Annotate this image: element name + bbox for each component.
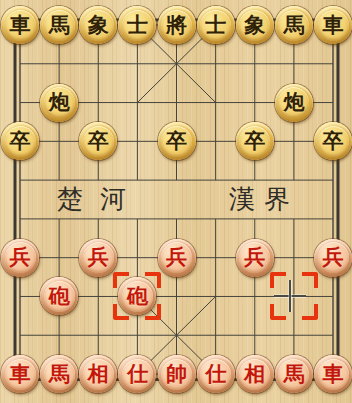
piece-red-horse[interactable]: 馬 <box>275 355 313 393</box>
piece-glyph: 馬 <box>49 15 70 36</box>
piece-glyph: 炮 <box>283 92 304 113</box>
piece-red-elephant[interactable]: 相 <box>79 355 117 393</box>
piece-red-soldier[interactable]: 兵 <box>79 239 117 277</box>
piece-glyph: 卒 <box>166 131 187 152</box>
piece-glyph: 兵 <box>166 247 187 268</box>
piece-black-soldier[interactable]: 卒 <box>158 122 196 160</box>
piece-red-soldier[interactable]: 兵 <box>1 239 39 277</box>
piece-glyph: 馬 <box>283 15 304 36</box>
piece-red-chariot[interactable]: 車 <box>314 355 352 393</box>
piece-red-soldier[interactable]: 兵 <box>314 239 352 277</box>
piece-glyph: 砲 <box>127 286 148 307</box>
piece-red-chariot[interactable]: 車 <box>1 355 39 393</box>
river-label-chu-he: 楚河 <box>57 185 143 215</box>
piece-red-elephant[interactable]: 相 <box>236 355 274 393</box>
piece-glyph: 車 <box>323 15 344 36</box>
piece-red-advisor[interactable]: 仕 <box>197 355 235 393</box>
piece-red-general[interactable]: 帥 <box>158 355 196 393</box>
piece-glyph: 士 <box>127 15 148 36</box>
piece-glyph: 卒 <box>88 131 109 152</box>
piece-glyph: 象 <box>244 15 265 36</box>
piece-glyph: 兵 <box>244 247 265 268</box>
piece-black-cannon[interactable]: 炮 <box>275 84 313 122</box>
piece-glyph: 車 <box>10 364 31 385</box>
piece-black-chariot[interactable]: 車 <box>1 6 39 44</box>
piece-glyph: 仕 <box>205 364 226 385</box>
piece-glyph: 仕 <box>127 364 148 385</box>
piece-black-elephant[interactable]: 象 <box>79 6 117 44</box>
piece-black-soldier[interactable]: 卒 <box>236 122 274 160</box>
piece-red-soldier[interactable]: 兵 <box>158 239 196 277</box>
piece-glyph: 馬 <box>283 364 304 385</box>
piece-glyph: 卒 <box>323 131 344 152</box>
piece-glyph: 炮 <box>49 92 70 113</box>
piece-glyph: 相 <box>244 364 265 385</box>
piece-glyph: 砲 <box>49 286 70 307</box>
piece-glyph: 相 <box>88 364 109 385</box>
piece-glyph: 車 <box>323 364 344 385</box>
piece-black-elephant[interactable]: 象 <box>236 6 274 44</box>
piece-black-general[interactable]: 將 <box>158 6 196 44</box>
board-grid-lines <box>0 0 352 403</box>
piece-black-cannon[interactable]: 炮 <box>40 84 78 122</box>
piece-glyph: 將 <box>166 15 187 36</box>
piece-black-horse[interactable]: 馬 <box>275 6 313 44</box>
piece-glyph: 馬 <box>49 364 70 385</box>
piece-glyph: 帥 <box>166 364 187 385</box>
piece-red-soldier[interactable]: 兵 <box>236 239 274 277</box>
piece-black-advisor[interactable]: 士 <box>197 6 235 44</box>
piece-glyph: 士 <box>205 15 226 36</box>
piece-glyph: 兵 <box>10 247 31 268</box>
piece-black-chariot[interactable]: 車 <box>314 6 352 44</box>
piece-glyph: 卒 <box>244 131 265 152</box>
piece-glyph: 卒 <box>10 131 31 152</box>
piece-glyph: 兵 <box>88 247 109 268</box>
xiangqi-board[interactable]: 楚河 漢界 車馬象士將士象馬車炮炮卒卒卒卒卒兵兵兵兵兵砲砲車馬相仕帥仕相馬車 <box>0 0 352 403</box>
piece-black-horse[interactable]: 馬 <box>40 6 78 44</box>
piece-glyph: 兵 <box>323 247 344 268</box>
piece-red-horse[interactable]: 馬 <box>40 355 78 393</box>
river-label-han-jie: 漢界 <box>229 185 299 215</box>
piece-glyph: 車 <box>10 15 31 36</box>
piece-glyph: 象 <box>88 15 109 36</box>
